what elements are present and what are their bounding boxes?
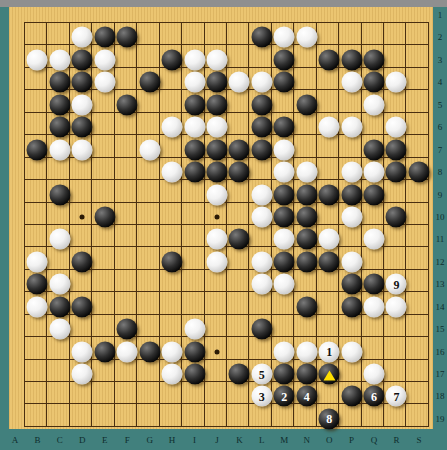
row-label-17: 17 xyxy=(433,369,447,379)
column-label-Q: Q xyxy=(367,435,381,445)
column-label-F: F xyxy=(120,435,134,445)
go-board[interactable] xyxy=(9,7,433,429)
row-label-18: 18 xyxy=(433,391,447,401)
row-label-14: 14 xyxy=(433,302,447,312)
row-label-3: 3 xyxy=(433,55,447,65)
column-label-L: L xyxy=(255,435,269,445)
row-label-8: 8 xyxy=(433,167,447,177)
board-grid[interactable] xyxy=(24,22,429,427)
row-label-2: 2 xyxy=(433,32,447,42)
row-label-4: 4 xyxy=(433,77,447,87)
row-label-1: 1 xyxy=(433,10,447,20)
column-label-O: O xyxy=(322,435,336,445)
row-label-9: 9 xyxy=(433,190,447,200)
column-label-N: N xyxy=(300,435,314,445)
column-label-J: J xyxy=(210,435,224,445)
row-label-7: 7 xyxy=(433,145,447,155)
row-label-15: 15 xyxy=(433,324,447,334)
column-label-I: I xyxy=(188,435,202,445)
row-label-12: 12 xyxy=(433,257,447,267)
row-label-19: 19 xyxy=(433,414,447,424)
row-label-10: 10 xyxy=(433,212,447,222)
row-label-6: 6 xyxy=(433,122,447,132)
row-label-5: 5 xyxy=(433,100,447,110)
row-label-11: 11 xyxy=(433,234,447,244)
column-label-S: S xyxy=(412,435,426,445)
column-label-G: G xyxy=(143,435,157,445)
go-app-window: 915324678ABCDEFGHIJKLMNOPQRS123456789101… xyxy=(0,0,447,450)
column-label-E: E xyxy=(98,435,112,445)
column-label-A: A xyxy=(8,435,22,445)
row-label-13: 13 xyxy=(433,279,447,289)
column-label-M: M xyxy=(277,435,291,445)
window-top-edge xyxy=(0,0,447,7)
column-label-C: C xyxy=(53,435,67,445)
column-label-B: B xyxy=(30,435,44,445)
column-label-H: H xyxy=(165,435,179,445)
column-label-D: D xyxy=(75,435,89,445)
column-label-K: K xyxy=(232,435,246,445)
row-label-16: 16 xyxy=(433,347,447,357)
column-label-R: R xyxy=(389,435,403,445)
column-label-P: P xyxy=(345,435,359,445)
